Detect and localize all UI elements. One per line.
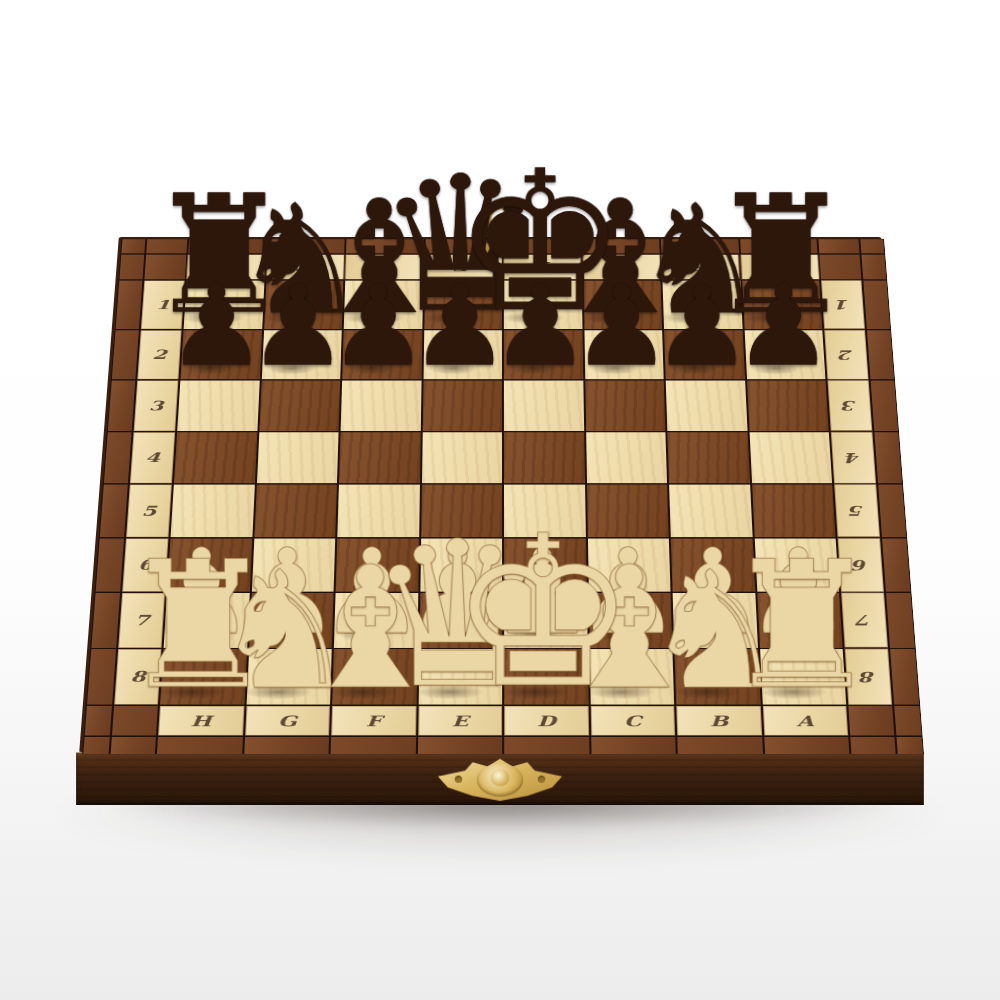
frame-cell	[86, 648, 117, 705]
square-f4[interactable]	[338, 431, 421, 484]
clasp-hole	[455, 776, 462, 783]
frame-cell	[90, 592, 121, 648]
square-h3[interactable]	[176, 380, 260, 431]
frame-cell	[84, 705, 113, 736]
rank-label-right-2: 2	[823, 329, 869, 379]
frame-cell	[893, 705, 923, 736]
file-label-top-e: E	[424, 254, 503, 280]
file-label-top-b: B	[661, 254, 741, 280]
frame-cell	[103, 431, 133, 484]
file-label-top-g: G	[265, 254, 345, 280]
frame-cell	[870, 380, 899, 431]
file-label-top-h: H	[186, 254, 267, 280]
square-g3[interactable]	[258, 380, 341, 431]
square-a3[interactable]	[746, 380, 830, 431]
square-f3[interactable]	[340, 380, 422, 431]
square-d3[interactable]	[503, 380, 585, 431]
brass-clasp-icon	[438, 759, 562, 801]
frame-cell	[866, 329, 895, 379]
piece-light-king-d8[interactable]: ♚	[449, 508, 636, 717]
clasp-knob	[491, 770, 510, 787]
frame-cell	[860, 254, 887, 280]
frame-cell	[107, 380, 136, 431]
clasp-hole	[538, 776, 545, 783]
file-label-top-c: C	[582, 254, 662, 280]
square-h4[interactable]	[173, 431, 258, 484]
file-label-top-f: F	[344, 254, 424, 280]
frame-cell	[862, 280, 891, 329]
square-c3[interactable]	[584, 380, 667, 431]
file-label-top-a: A	[740, 254, 821, 280]
square-b3[interactable]	[665, 380, 748, 431]
square-a4[interactable]	[748, 431, 833, 484]
square-e4[interactable]	[420, 431, 503, 484]
piece-dark-pawn-a2[interactable]: ♟	[733, 271, 833, 383]
piece-light-rook-a8[interactable]: ♜	[723, 538, 880, 713]
rank-label-left-4: 4	[129, 431, 176, 484]
board-front-edge	[76, 752, 924, 805]
rank-label-right-1: 1	[820, 280, 866, 329]
frame-cell	[877, 484, 907, 538]
frame-cell	[111, 329, 140, 379]
square-b4[interactable]	[666, 431, 750, 484]
file-label-top-d: D	[503, 254, 582, 280]
frame-cell	[889, 648, 920, 705]
square-c4[interactable]	[585, 431, 668, 484]
frame-cell	[885, 592, 916, 648]
photo-backdrop: HGFEDCBA1122334455667788HGFEDCBA ♜♞♝♛♚♝♞…	[0, 0, 1000, 1000]
frame-cell	[118, 254, 145, 280]
square-d4[interactable]	[503, 431, 586, 484]
frame-cell	[881, 538, 912, 593]
square-g4[interactable]	[255, 431, 339, 484]
frame-cell	[115, 280, 144, 329]
frame-cell	[120, 239, 146, 254]
frame-cell	[859, 239, 885, 254]
frame-cell	[873, 431, 903, 484]
rank-label-right-4: 4	[830, 431, 877, 484]
piece-light-rook-h8[interactable]: ♜	[120, 538, 277, 713]
rank-label-left-3: 3	[133, 380, 180, 431]
rank-label-right-3: 3	[826, 380, 873, 431]
chess-board: HGFEDCBA1122334455667788HGFEDCBA ♜♞♝♛♚♝♞…	[79, 237, 921, 752]
square-e3[interactable]	[421, 380, 503, 431]
